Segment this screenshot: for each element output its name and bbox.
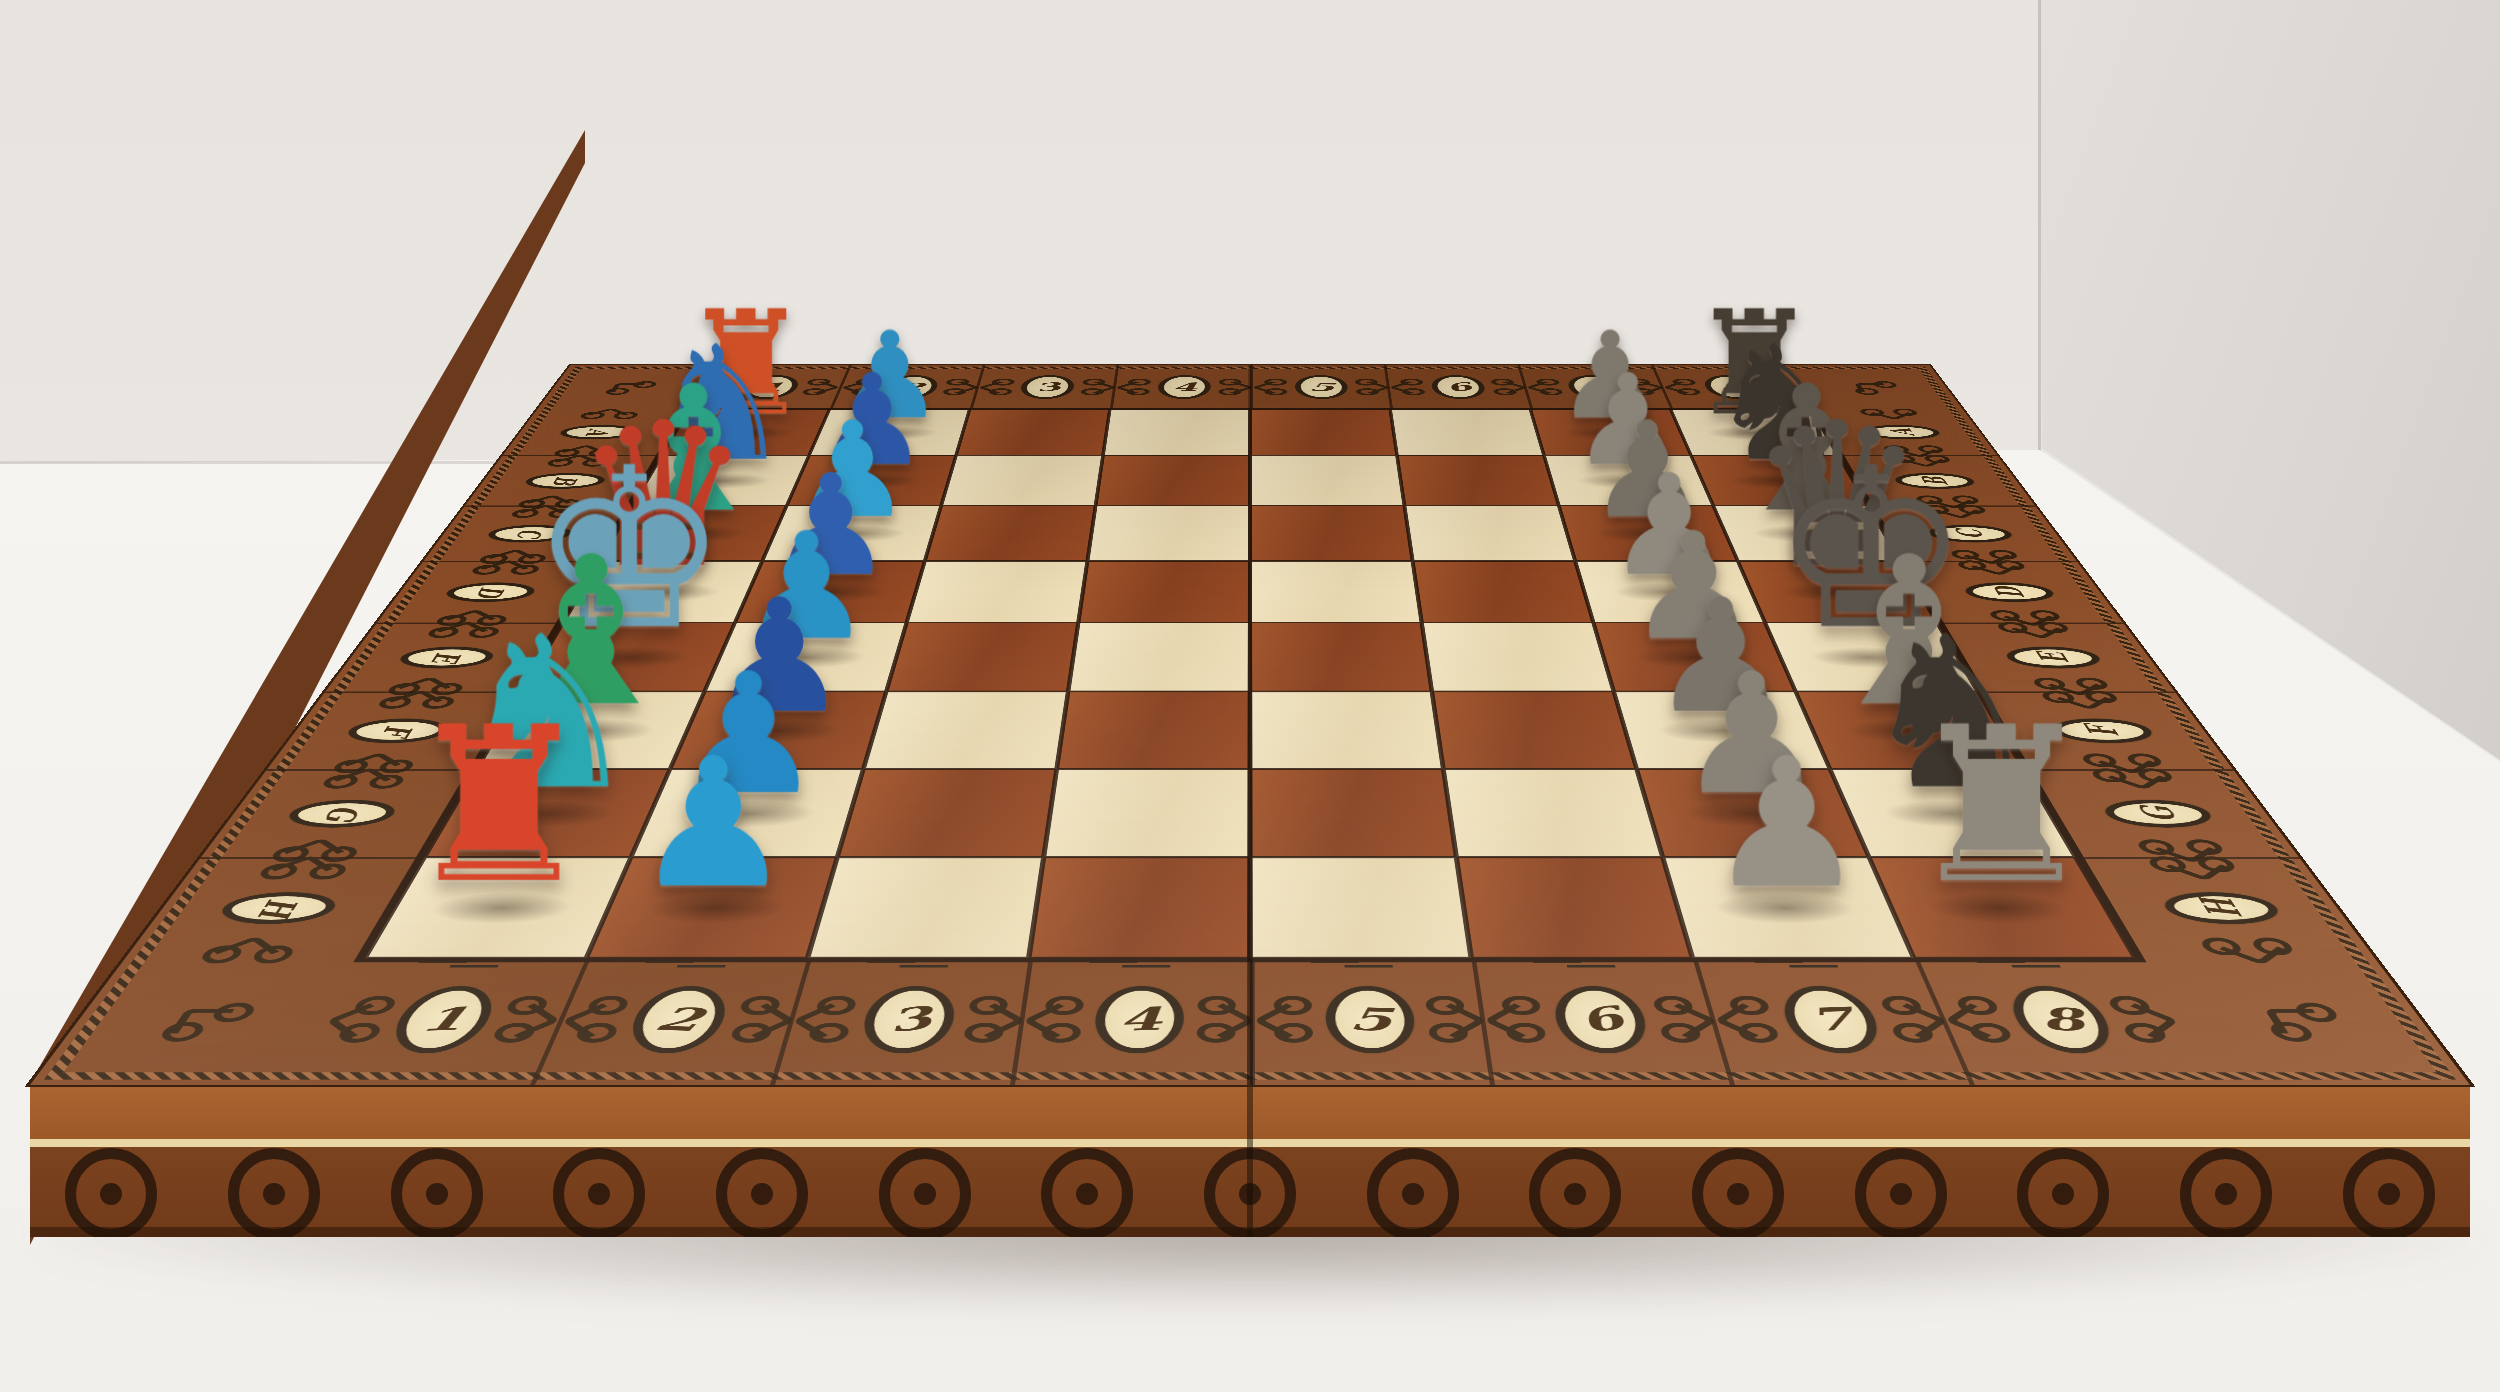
square-h4[interactable] (1029, 857, 1250, 958)
board-front-side-face (30, 1085, 2470, 1237)
square-d5[interactable] (1250, 561, 1422, 623)
square-e5[interactable] (1250, 623, 1432, 692)
piece-black-pawn-h7[interactable]: ♟ (1706, 735, 1866, 914)
scroll-ornament (1993, 621, 2076, 638)
square-f6[interactable] (1432, 691, 1637, 769)
scroll-ornament (941, 378, 982, 395)
scroll-ornament (1524, 378, 1565, 395)
ring-motif (391, 1148, 483, 1237)
scroll-ornament (374, 690, 463, 709)
pyrography-hatch-marks (643, 961, 755, 968)
photo-scene: 1234567812345678ABCDEFGHABCDEFGH♜♞♝♛♚♝♞♜… (0, 0, 2500, 1392)
rank-number-circle: 4 (1092, 986, 1185, 1053)
rank-label-front-5: 5 (1250, 958, 1495, 1085)
pyrography-hatch-marks (1533, 961, 1644, 968)
square-h5[interactable] (1250, 857, 1471, 958)
rank-number: 1 (415, 1000, 472, 1038)
scroll-ornament (1021, 995, 1087, 1044)
square-c4[interactable] (1087, 505, 1250, 560)
square-g6[interactable] (1443, 769, 1662, 857)
ring-motif (716, 1148, 808, 1237)
scroll-ornament (977, 378, 1017, 395)
piece-white-pawn-h2[interactable]: ♟ (633, 735, 793, 914)
fold-seam-front-face (1247, 1085, 1253, 1237)
scroll-ornament (1194, 995, 1254, 1044)
file-letter: H (247, 898, 310, 917)
rank-number: 4 (1171, 380, 1198, 393)
file-letter-circle: G (2097, 800, 2219, 828)
square-b3[interactable] (941, 455, 1103, 505)
file-letter-circle: G (280, 800, 402, 828)
scroll-ornament (1115, 378, 1153, 395)
file-letter: A (1883, 429, 1921, 436)
scroll-ornament (468, 560, 546, 575)
file-letter: D (1986, 587, 2032, 598)
file-letter: F (2077, 725, 2128, 736)
square-d6[interactable] (1413, 561, 1594, 623)
pyrography-hatch-marks (1311, 961, 1421, 968)
rank-label-front-6: 6 (1471, 958, 1735, 1085)
rank-number: 1 (756, 380, 785, 393)
scroll-ornament (2143, 856, 2246, 881)
ring-motif (879, 1148, 971, 1237)
pyrography-hatch-marks (1754, 961, 1866, 968)
square-g3[interactable] (837, 769, 1056, 857)
file-letter: D (467, 587, 513, 598)
scroll-ornament (1857, 408, 1923, 419)
square-g5[interactable] (1250, 769, 1456, 857)
rank-label-front-4: 4 (1010, 958, 1255, 1085)
scroll-ornament (195, 937, 305, 965)
piece-anchor-h8: ♜ (1869, 857, 2135, 958)
file-letter-circle: H (212, 892, 344, 924)
square-d4[interactable] (1078, 561, 1250, 623)
scroll-ornament (1918, 505, 1992, 519)
scroll-ornament (1481, 995, 1549, 1044)
file-letter: H (2190, 898, 2253, 917)
rank-number-circle: 4 (1157, 375, 1211, 399)
square-a5[interactable] (1250, 410, 1397, 456)
rank-number: 2 (649, 1000, 709, 1038)
file-letter: B (545, 477, 586, 485)
rank-number-circle: 6 (1430, 375, 1488, 399)
ring-motif (1692, 1148, 1784, 1237)
file-letter: G (2130, 806, 2187, 821)
scroll-ornament (961, 995, 1028, 1044)
ring-motif (2180, 1148, 2272, 1237)
piece-white-rook-h1[interactable]: ♜ (402, 699, 594, 914)
file-letter: G (314, 806, 371, 821)
scroll-ornament (423, 621, 506, 638)
scroll-ornament (508, 505, 582, 519)
rank-number: 3 (1032, 380, 1063, 394)
square-d3[interactable] (907, 561, 1088, 623)
rank-number: 3 (885, 999, 935, 1039)
square-c5[interactable] (1250, 505, 1413, 560)
pyrography-hatch-marks (1089, 961, 1199, 968)
pyrography-hatch-marks (416, 961, 529, 968)
scroll-ornament (800, 378, 843, 395)
ring-motif (228, 1148, 320, 1237)
scroll-ornament (2245, 991, 2346, 1047)
rank-label-back-4: 4 (1110, 365, 1253, 410)
rank-label-back-3: 3 (969, 365, 1119, 410)
piece-black-rook-h8[interactable]: ♜ (1905, 699, 2097, 914)
scroll-ornament (314, 995, 401, 1044)
square-b6[interactable] (1397, 455, 1559, 505)
pyrography-hatch-marks (866, 961, 977, 968)
rank-number-circle: 5 (1324, 986, 1417, 1053)
rank-number: 5 (1308, 380, 1335, 393)
ring-motif (1529, 1148, 1621, 1237)
scroll-ornament (1423, 995, 1489, 1044)
scroll-ornament (2087, 768, 2183, 790)
scroll-ornament (1353, 378, 1391, 395)
ring-motif (553, 1148, 645, 1237)
front-face-bottom-edge (30, 1227, 2470, 1237)
scroll-ornament (1388, 378, 1426, 395)
rank-label-back-6: 6 (1384, 365, 1534, 410)
wall-corner-line (2038, 0, 2041, 455)
scroll-ornament (1253, 378, 1289, 395)
ring-motif (1041, 1148, 1133, 1237)
scroll-ornament (838, 378, 881, 395)
rank-number: 6 (1569, 999, 1633, 1039)
scroll-ornament (145, 991, 264, 1047)
square-b5[interactable] (1250, 455, 1404, 505)
file-letter: E (2029, 652, 2077, 663)
file-letter-circle: H (2156, 892, 2288, 924)
square-a6[interactable] (1390, 410, 1544, 456)
ring-motif (1855, 1148, 1947, 1237)
rank-number: 4 (1117, 1000, 1162, 1038)
square-h6[interactable] (1456, 857, 1692, 958)
scroll-ornament (1886, 455, 1956, 467)
scroll-ornament (254, 856, 357, 881)
rank-number-circle: 7 (1775, 986, 1888, 1053)
square-a3[interactable] (956, 410, 1110, 456)
ring-motif (2343, 1148, 2435, 1237)
rank-number: 6 (1440, 380, 1476, 394)
rank-number: 8 (2032, 1000, 2089, 1038)
square-e6[interactable] (1422, 623, 1614, 692)
scroll-ornament (2037, 690, 2126, 709)
scroll-ornament (1217, 378, 1253, 395)
file-letter: C (1949, 529, 1992, 538)
rank-number: 5 (1347, 1000, 1392, 1038)
pyrography-hatch-marks (1976, 961, 2089, 968)
square-f4[interactable] (1057, 691, 1250, 769)
file-letter: E (423, 652, 471, 663)
scroll-ornament (2195, 937, 2305, 965)
rank-number-circle: 2 (622, 986, 735, 1053)
square-c6[interactable] (1404, 505, 1575, 560)
ring-motif (65, 1148, 157, 1237)
rank-number-circle: 3 (857, 986, 960, 1053)
square-h3[interactable] (808, 857, 1044, 958)
scroll-ornament (544, 455, 614, 467)
square-e3[interactable] (886, 623, 1078, 692)
scroll-ornament (1255, 995, 1316, 1044)
rank-label-back-5: 5 (1250, 365, 1393, 410)
scroll-ornament (1954, 560, 2032, 575)
ring-motif (2017, 1148, 2109, 1237)
ring-motif (1367, 1148, 1459, 1237)
rank-number-circle: 6 (1550, 986, 1653, 1053)
square-b4[interactable] (1096, 455, 1250, 505)
scroll-ornament (1489, 378, 1529, 395)
square-a4[interactable] (1103, 410, 1250, 456)
scroll-ornament (577, 408, 643, 419)
rank-number-circle: 5 (1294, 375, 1348, 399)
rank-number: 7 (1800, 1000, 1861, 1038)
square-f3[interactable] (863, 691, 1068, 769)
rank-number-circle: 3 (1018, 375, 1076, 399)
file-letter: B (1914, 477, 1955, 485)
file-letter: A (579, 429, 617, 436)
piece-anchor-h1: ♜ (365, 857, 631, 958)
square-g4[interactable] (1044, 769, 1250, 857)
file-letter: F (372, 725, 423, 736)
scroll-ornament (317, 768, 413, 790)
square-f5[interactable] (1250, 691, 1443, 769)
rank-number: 8 (1717, 380, 1746, 393)
rank-label-front-3: 3 (770, 958, 1033, 1085)
scroll-ornament (787, 995, 860, 1044)
scroll-ornament (1079, 378, 1117, 395)
square-e4[interactable] (1068, 623, 1250, 692)
file-letter: C (508, 529, 551, 538)
square-c3[interactable] (925, 505, 1096, 560)
